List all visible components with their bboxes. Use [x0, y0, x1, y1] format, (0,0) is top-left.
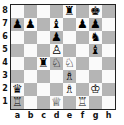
- square-a4[interactable]: [11, 57, 24, 70]
- square-a5[interactable]: [11, 44, 24, 57]
- square-e3[interactable]: ♗: [63, 70, 76, 83]
- square-e6[interactable]: [63, 31, 76, 44]
- piece-black-pawn: ♟: [25, 18, 36, 31]
- square-d5[interactable]: ♙: [50, 44, 63, 57]
- square-g3[interactable]: [89, 70, 102, 83]
- square-c7[interactable]: [37, 18, 50, 31]
- piece-white-pawn: ♙: [51, 44, 62, 57]
- file-label-c: c: [37, 110, 50, 122]
- file-label-d: d: [50, 110, 63, 122]
- square-f5[interactable]: [76, 44, 89, 57]
- file-label-f: f: [76, 110, 89, 122]
- piece-white-rook: ♖: [77, 96, 88, 109]
- square-g8[interactable]: ♚: [89, 5, 102, 18]
- rank-label-7: 7: [0, 17, 10, 30]
- square-a3[interactable]: [11, 70, 24, 83]
- file-label-b: b: [24, 110, 37, 122]
- rank-label-2: 2: [0, 82, 10, 95]
- square-c6[interactable]: [37, 31, 50, 44]
- rank-labels: 87654321: [0, 4, 10, 110]
- square-e8[interactable]: ♜: [63, 5, 76, 18]
- piece-black-bishop: ♝: [51, 18, 62, 31]
- square-f2[interactable]: [76, 83, 89, 96]
- rank-label-8: 8: [0, 4, 10, 17]
- piece-white-queen: ♕: [51, 96, 62, 109]
- chess-diagram: 87654321 ♜♚♟♟♝♟♟♟♞♙♝♜♘♘♗♛♗♔♖♕♖ abcdefgh: [0, 0, 124, 125]
- file-label-g: g: [89, 110, 102, 122]
- piece-white-bishop: ♗: [64, 83, 75, 96]
- piece-black-bishop: ♝: [90, 44, 101, 57]
- square-h7[interactable]: [102, 18, 115, 31]
- square-g1[interactable]: [89, 96, 102, 109]
- square-d8[interactable]: [50, 5, 63, 18]
- square-a7[interactable]: ♟: [11, 18, 24, 31]
- square-h4[interactable]: [102, 57, 115, 70]
- square-b3[interactable]: [24, 70, 37, 83]
- square-f6[interactable]: [76, 31, 89, 44]
- square-g7[interactable]: ♟: [89, 18, 102, 31]
- file-labels: abcdefgh: [11, 110, 124, 122]
- square-d3[interactable]: [50, 70, 63, 83]
- rank-label-4: 4: [0, 56, 10, 69]
- square-f8[interactable]: [76, 5, 89, 18]
- square-f4[interactable]: [76, 57, 89, 70]
- piece-black-knight: ♞: [90, 31, 101, 44]
- square-b8[interactable]: [24, 5, 37, 18]
- square-d2[interactable]: [50, 83, 63, 96]
- square-h3[interactable]: [102, 70, 115, 83]
- square-h2[interactable]: [102, 83, 115, 96]
- chess-board: ♜♚♟♟♝♟♟♟♞♙♝♜♘♘♗♛♗♔♖♕♖: [10, 4, 116, 110]
- square-b4[interactable]: [24, 57, 37, 70]
- square-c4[interactable]: ♜: [37, 57, 50, 70]
- piece-white-knight: ♘: [51, 57, 62, 70]
- piece-white-knight: ♘: [64, 57, 75, 70]
- piece-black-rook: ♜: [38, 57, 49, 70]
- square-c1[interactable]: [37, 96, 50, 109]
- square-d4[interactable]: ♘: [50, 57, 63, 70]
- square-h1[interactable]: [102, 96, 115, 109]
- square-h6[interactable]: [102, 31, 115, 44]
- piece-black-pawn: ♟: [77, 18, 88, 31]
- square-f3[interactable]: [76, 70, 89, 83]
- square-c5[interactable]: [37, 44, 50, 57]
- piece-black-queen: ♛: [12, 83, 23, 96]
- square-f7[interactable]: ♟: [76, 18, 89, 31]
- square-h8[interactable]: [102, 5, 115, 18]
- square-a2[interactable]: ♛: [11, 83, 24, 96]
- square-a1[interactable]: ♖: [11, 96, 24, 109]
- square-g4[interactable]: [89, 57, 102, 70]
- piece-black-pawn: ♟: [90, 18, 101, 31]
- square-b5[interactable]: [24, 44, 37, 57]
- square-b1[interactable]: [24, 96, 37, 109]
- square-b2[interactable]: [24, 83, 37, 96]
- square-g2[interactable]: ♔: [89, 83, 102, 96]
- square-d7[interactable]: ♝: [50, 18, 63, 31]
- piece-white-king: ♔: [90, 83, 101, 96]
- rank-label-1: 1: [0, 95, 10, 108]
- piece-black-pawn: ♟: [51, 31, 62, 44]
- square-c3[interactable]: [37, 70, 50, 83]
- piece-black-rook: ♜: [64, 5, 75, 18]
- rank-label-5: 5: [0, 43, 10, 56]
- rank-label-6: 6: [0, 30, 10, 43]
- square-g5[interactable]: ♝: [89, 44, 102, 57]
- piece-white-rook: ♖: [12, 96, 23, 109]
- square-g6[interactable]: ♞: [89, 31, 102, 44]
- file-label-a: a: [11, 110, 24, 122]
- square-c8[interactable]: [37, 5, 50, 18]
- square-d6[interactable]: ♟: [50, 31, 63, 44]
- square-b7[interactable]: ♟: [24, 18, 37, 31]
- square-a6[interactable]: [11, 31, 24, 44]
- square-e7[interactable]: [63, 18, 76, 31]
- square-e2[interactable]: ♗: [63, 83, 76, 96]
- square-f1[interactable]: ♖: [76, 96, 89, 109]
- square-b6[interactable]: [24, 31, 37, 44]
- square-e1[interactable]: [63, 96, 76, 109]
- square-d1[interactable]: ♕: [50, 96, 63, 109]
- file-label-h: h: [102, 110, 115, 122]
- piece-white-bishop: ♗: [64, 70, 75, 83]
- piece-black-king: ♚: [90, 5, 101, 18]
- piece-black-pawn: ♟: [12, 18, 23, 31]
- square-e5[interactable]: [63, 44, 76, 57]
- square-a8[interactable]: [11, 5, 24, 18]
- file-label-e: e: [63, 110, 76, 122]
- square-c2[interactable]: [37, 83, 50, 96]
- rank-label-3: 3: [0, 69, 10, 82]
- square-h5[interactable]: [102, 44, 115, 57]
- square-e4[interactable]: ♘: [63, 57, 76, 70]
